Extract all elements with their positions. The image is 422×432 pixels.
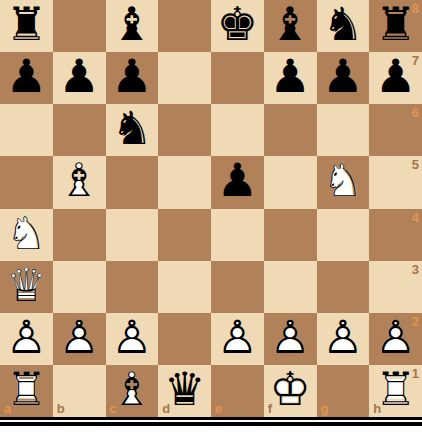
- piece-outline-glyph: ♙: [111, 314, 152, 360]
- piece-black-pawn[interactable]: ♟: [317, 52, 370, 104]
- square-b2[interactable]: ♟♙: [53, 313, 106, 365]
- square-d4[interactable]: [158, 209, 211, 261]
- square-d3[interactable]: [158, 261, 211, 313]
- piece-black-pawn[interactable]: ♟: [53, 52, 106, 104]
- rank-label-5: 5: [412, 158, 419, 171]
- file-label-b: b: [57, 402, 65, 415]
- square-c7[interactable]: ♟: [106, 52, 159, 104]
- square-g3[interactable]: [317, 261, 370, 313]
- piece-outline-glyph: ♕: [6, 262, 47, 308]
- square-c1[interactable]: c♝♗: [106, 365, 159, 417]
- rank-label-3: 3: [412, 263, 419, 276]
- piece-glyph: ♞: [111, 105, 152, 151]
- square-a5[interactable]: [0, 156, 53, 208]
- piece-glyph: ♟: [375, 53, 416, 99]
- piece-white-pawn[interactable]: ♟♙: [369, 313, 422, 365]
- square-a1[interactable]: a♜♖: [0, 365, 53, 417]
- square-h7[interactable]: 7♟: [369, 52, 422, 104]
- square-c4[interactable]: [106, 209, 159, 261]
- rank-label-6: 6: [412, 106, 419, 119]
- piece-glyph: ♜: [375, 1, 416, 47]
- square-c6[interactable]: ♞: [106, 104, 159, 156]
- piece-white-knight[interactable]: ♞♘: [0, 209, 53, 261]
- square-g4[interactable]: [317, 209, 370, 261]
- square-a7[interactable]: ♟: [0, 52, 53, 104]
- piece-outline-glyph: ♖: [375, 366, 416, 412]
- piece-black-queen[interactable]: ♛: [158, 365, 211, 417]
- square-f3[interactable]: [264, 261, 317, 313]
- piece-glyph: ♟: [111, 53, 152, 99]
- square-a4[interactable]: ♞♘: [0, 209, 53, 261]
- piece-glyph: ♚: [217, 1, 258, 47]
- square-c5[interactable]: [106, 156, 159, 208]
- square-h1[interactable]: 1h♜♖: [369, 365, 422, 417]
- piece-white-pawn[interactable]: ♟♙: [211, 313, 264, 365]
- piece-glyph: ♟: [6, 53, 47, 99]
- square-a6[interactable]: [0, 104, 53, 156]
- piece-outline-glyph: ♙: [322, 314, 363, 360]
- piece-glyph: ♞: [322, 1, 363, 47]
- square-f1[interactable]: f♚♔: [264, 365, 317, 417]
- square-d2[interactable]: [158, 313, 211, 365]
- piece-outline-glyph: ♗: [111, 366, 152, 412]
- square-d8[interactable]: [158, 0, 211, 52]
- piece-outline-glyph: ♘: [322, 157, 363, 203]
- chess-app-page: ♜♝♚♝♞8♜♟♟♟♟♟7♟♞6♝♗♟♞♘5♞♘4♛♕3♟♙♟♙♟♙♟♙♟♙♟♙…: [0, 0, 422, 432]
- piece-white-pawn[interactable]: ♟♙: [317, 313, 370, 365]
- piece-black-pawn[interactable]: ♟: [106, 52, 159, 104]
- square-a2[interactable]: ♟♙: [0, 313, 53, 365]
- square-h2[interactable]: 2♟♙: [369, 313, 422, 365]
- square-g5[interactable]: ♞♘: [317, 156, 370, 208]
- piece-black-king[interactable]: ♚: [211, 0, 264, 52]
- square-e2[interactable]: ♟♙: [211, 313, 264, 365]
- square-e3[interactable]: [211, 261, 264, 313]
- piece-black-pawn[interactable]: ♟: [264, 52, 317, 104]
- chess-board: ♜♝♚♝♞8♜♟♟♟♟♟7♟♞6♝♗♟♞♘5♞♘4♛♕3♟♙♟♙♟♙♟♙♟♙♟♙…: [0, 0, 422, 417]
- piece-glyph: ♟: [59, 53, 100, 99]
- piece-black-bishop[interactable]: ♝: [106, 0, 159, 52]
- piece-white-pawn[interactable]: ♟♙: [264, 313, 317, 365]
- piece-white-queen[interactable]: ♛♕: [0, 261, 53, 313]
- piece-white-pawn[interactable]: ♟♙: [0, 313, 53, 365]
- square-h3[interactable]: 3: [369, 261, 422, 313]
- piece-white-bishop[interactable]: ♝♗: [106, 365, 159, 417]
- piece-outline-glyph: ♔: [270, 366, 311, 412]
- square-f5[interactable]: [264, 156, 317, 208]
- piece-glyph: ♟: [270, 53, 311, 99]
- square-b1[interactable]: b: [53, 365, 106, 417]
- border-line-bottom: [0, 422, 422, 426]
- piece-black-knight[interactable]: ♞: [317, 0, 370, 52]
- piece-black-bishop[interactable]: ♝: [264, 0, 317, 52]
- piece-glyph: ♛: [164, 366, 205, 412]
- piece-glyph: ♟: [217, 157, 258, 203]
- square-g8[interactable]: ♞: [317, 0, 370, 52]
- piece-outline-glyph: ♘: [6, 210, 47, 256]
- piece-black-pawn[interactable]: ♟: [211, 156, 264, 208]
- square-b4[interactable]: [53, 209, 106, 261]
- piece-outline-glyph: ♙: [270, 314, 311, 360]
- piece-outline-glyph: ♙: [375, 314, 416, 360]
- square-d6[interactable]: [158, 104, 211, 156]
- piece-outline-glyph: ♖: [6, 366, 47, 412]
- piece-black-rook[interactable]: ♜: [369, 0, 422, 52]
- square-a3[interactable]: ♛♕: [0, 261, 53, 313]
- piece-white-king[interactable]: ♚♔: [264, 365, 317, 417]
- piece-white-rook[interactable]: ♜♖: [369, 365, 422, 417]
- piece-glyph: ♝: [270, 1, 311, 47]
- square-a8[interactable]: ♜: [0, 0, 53, 52]
- square-h5[interactable]: 5: [369, 156, 422, 208]
- square-f8[interactable]: ♝: [264, 0, 317, 52]
- piece-outline-glyph: ♙: [6, 314, 47, 360]
- board-bottom-border: [0, 417, 422, 426]
- square-g7[interactable]: ♟: [317, 52, 370, 104]
- piece-white-knight[interactable]: ♞♘: [317, 156, 370, 208]
- piece-outline-glyph: ♙: [59, 314, 100, 360]
- square-c8[interactable]: ♝: [106, 0, 159, 52]
- piece-outline-glyph: ♗: [59, 157, 100, 203]
- square-c2[interactable]: ♟♙: [106, 313, 159, 365]
- square-e8[interactable]: ♚: [211, 0, 264, 52]
- square-h6[interactable]: 6: [369, 104, 422, 156]
- piece-white-rook[interactable]: ♜♖: [0, 365, 53, 417]
- square-h8[interactable]: 8♜: [369, 0, 422, 52]
- square-e5[interactable]: ♟: [211, 156, 264, 208]
- piece-black-rook[interactable]: ♜: [0, 0, 53, 52]
- square-b8[interactable]: [53, 0, 106, 52]
- square-f4[interactable]: [264, 209, 317, 261]
- square-e1[interactable]: e: [211, 365, 264, 417]
- square-g6[interactable]: [317, 104, 370, 156]
- square-g2[interactable]: ♟♙: [317, 313, 370, 365]
- piece-glyph: ♝: [111, 1, 152, 47]
- piece-black-pawn[interactable]: ♟: [0, 52, 53, 104]
- square-h4[interactable]: 4: [369, 209, 422, 261]
- square-f2[interactable]: ♟♙: [264, 313, 317, 365]
- square-b7[interactable]: ♟: [53, 52, 106, 104]
- piece-white-pawn[interactable]: ♟♙: [53, 313, 106, 365]
- square-f7[interactable]: ♟: [264, 52, 317, 104]
- square-e6[interactable]: [211, 104, 264, 156]
- square-d5[interactable]: [158, 156, 211, 208]
- square-b5[interactable]: ♝♗: [53, 156, 106, 208]
- square-e7[interactable]: [211, 52, 264, 104]
- square-c3[interactable]: [106, 261, 159, 313]
- square-g1[interactable]: g: [317, 365, 370, 417]
- rank-label-4: 4: [412, 211, 419, 224]
- file-label-e: e: [215, 402, 222, 415]
- file-label-g: g: [321, 402, 329, 415]
- square-e4[interactable]: [211, 209, 264, 261]
- piece-outline-glyph: ♙: [217, 314, 258, 360]
- piece-black-knight[interactable]: ♞: [106, 104, 159, 156]
- square-b6[interactable]: [53, 104, 106, 156]
- square-d7[interactable]: [158, 52, 211, 104]
- piece-glyph: ♟: [322, 53, 363, 99]
- square-d1[interactable]: d♛: [158, 365, 211, 417]
- square-b3[interactable]: [53, 261, 106, 313]
- square-f6[interactable]: [264, 104, 317, 156]
- piece-glyph: ♜: [6, 1, 47, 47]
- piece-white-pawn[interactable]: ♟♙: [106, 313, 159, 365]
- piece-black-pawn[interactable]: ♟: [369, 52, 422, 104]
- piece-white-bishop[interactable]: ♝♗: [53, 156, 106, 208]
